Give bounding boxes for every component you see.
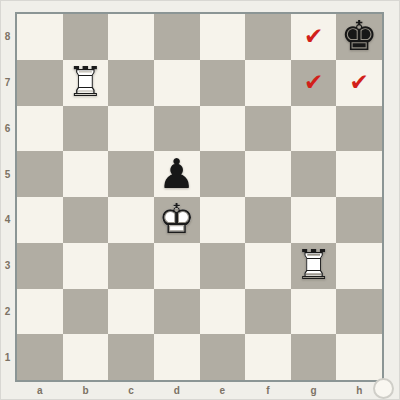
square-a5[interactable]: [17, 151, 63, 197]
square-b1[interactable]: [63, 334, 109, 380]
chess-board: ✔♚♜♖✔✔♟♚♔♜♖: [15, 12, 384, 382]
square-b4[interactable]: [63, 197, 109, 243]
file-label-f: f: [245, 383, 291, 397]
square-f3[interactable]: [245, 243, 291, 289]
square-e6[interactable]: [200, 106, 246, 152]
square-h2[interactable]: [336, 289, 382, 335]
square-h8[interactable]: ♚: [336, 14, 382, 60]
check-mark-icon: ✔: [304, 71, 323, 94]
square-a3[interactable]: [17, 243, 63, 289]
square-c2[interactable]: [108, 289, 154, 335]
rank-label-3: 3: [0, 243, 15, 289]
square-f8[interactable]: [245, 14, 291, 60]
rank-labels: 87654321: [0, 14, 15, 380]
square-b5[interactable]: [63, 151, 109, 197]
square-b3[interactable]: [63, 243, 109, 289]
square-f4[interactable]: [245, 197, 291, 243]
corner-circle-button[interactable]: [373, 378, 394, 399]
square-d4[interactable]: ♚♔: [154, 197, 200, 243]
square-d5[interactable]: ♟: [154, 151, 200, 197]
square-h7[interactable]: ✔: [336, 60, 382, 106]
rank-label-4: 4: [0, 197, 15, 243]
square-a7[interactable]: [17, 60, 63, 106]
square-f1[interactable]: [245, 334, 291, 380]
check-mark-icon: ✔: [350, 71, 369, 94]
white-rook[interactable]: ♜♖: [67, 62, 104, 103]
square-d7[interactable]: [154, 60, 200, 106]
rank-label-8: 8: [0, 14, 15, 60]
square-h6[interactable]: [336, 106, 382, 152]
square-c3[interactable]: [108, 243, 154, 289]
square-d8[interactable]: [154, 14, 200, 60]
square-g2[interactable]: [291, 289, 337, 335]
square-c7[interactable]: [108, 60, 154, 106]
square-e4[interactable]: [200, 197, 246, 243]
rank-label-7: 7: [0, 60, 15, 106]
square-e1[interactable]: [200, 334, 246, 380]
square-c6[interactable]: [108, 106, 154, 152]
file-label-a: a: [17, 383, 63, 397]
square-a8[interactable]: [17, 14, 63, 60]
square-c4[interactable]: [108, 197, 154, 243]
square-f6[interactable]: [245, 106, 291, 152]
file-label-e: e: [200, 383, 246, 397]
square-a6[interactable]: [17, 106, 63, 152]
file-label-b: b: [63, 383, 109, 397]
square-e8[interactable]: [200, 14, 246, 60]
square-f2[interactable]: [245, 289, 291, 335]
square-b6[interactable]: [63, 106, 109, 152]
square-c1[interactable]: [108, 334, 154, 380]
square-b7[interactable]: ♜♖: [63, 60, 109, 106]
square-e7[interactable]: [200, 60, 246, 106]
square-f5[interactable]: [245, 151, 291, 197]
file-labels: abcdefgh: [17, 383, 382, 397]
white-rook[interactable]: ♜♖: [295, 245, 332, 286]
square-e3[interactable]: [200, 243, 246, 289]
square-b8[interactable]: [63, 14, 109, 60]
square-h3[interactable]: [336, 243, 382, 289]
file-label-c: c: [108, 383, 154, 397]
black-pawn[interactable]: ♟: [158, 154, 195, 195]
square-g7[interactable]: ✔: [291, 60, 337, 106]
square-e2[interactable]: [200, 289, 246, 335]
square-d6[interactable]: [154, 106, 200, 152]
file-label-g: g: [291, 383, 337, 397]
square-e5[interactable]: [200, 151, 246, 197]
rank-label-6: 6: [0, 106, 15, 152]
file-label-d: d: [154, 383, 200, 397]
square-d1[interactable]: [154, 334, 200, 380]
white-king[interactable]: ♚♔: [158, 199, 195, 240]
rank-label-1: 1: [0, 334, 15, 380]
square-h4[interactable]: [336, 197, 382, 243]
square-b2[interactable]: [63, 289, 109, 335]
square-a1[interactable]: [17, 334, 63, 380]
square-f7[interactable]: [245, 60, 291, 106]
square-g4[interactable]: [291, 197, 337, 243]
square-g6[interactable]: [291, 106, 337, 152]
square-a2[interactable]: [17, 289, 63, 335]
rank-label-2: 2: [0, 289, 15, 335]
square-c5[interactable]: [108, 151, 154, 197]
square-g8[interactable]: ✔: [291, 14, 337, 60]
black-king[interactable]: ♚: [341, 16, 378, 57]
square-h5[interactable]: [336, 151, 382, 197]
square-c8[interactable]: [108, 14, 154, 60]
square-d3[interactable]: [154, 243, 200, 289]
square-a4[interactable]: [17, 197, 63, 243]
rank-label-5: 5: [0, 151, 15, 197]
square-g3[interactable]: ♜♖: [291, 243, 337, 289]
square-d2[interactable]: [154, 289, 200, 335]
square-g1[interactable]: [291, 334, 337, 380]
square-g5[interactable]: [291, 151, 337, 197]
square-h1[interactable]: [336, 334, 382, 380]
check-mark-icon: ✔: [304, 25, 323, 48]
